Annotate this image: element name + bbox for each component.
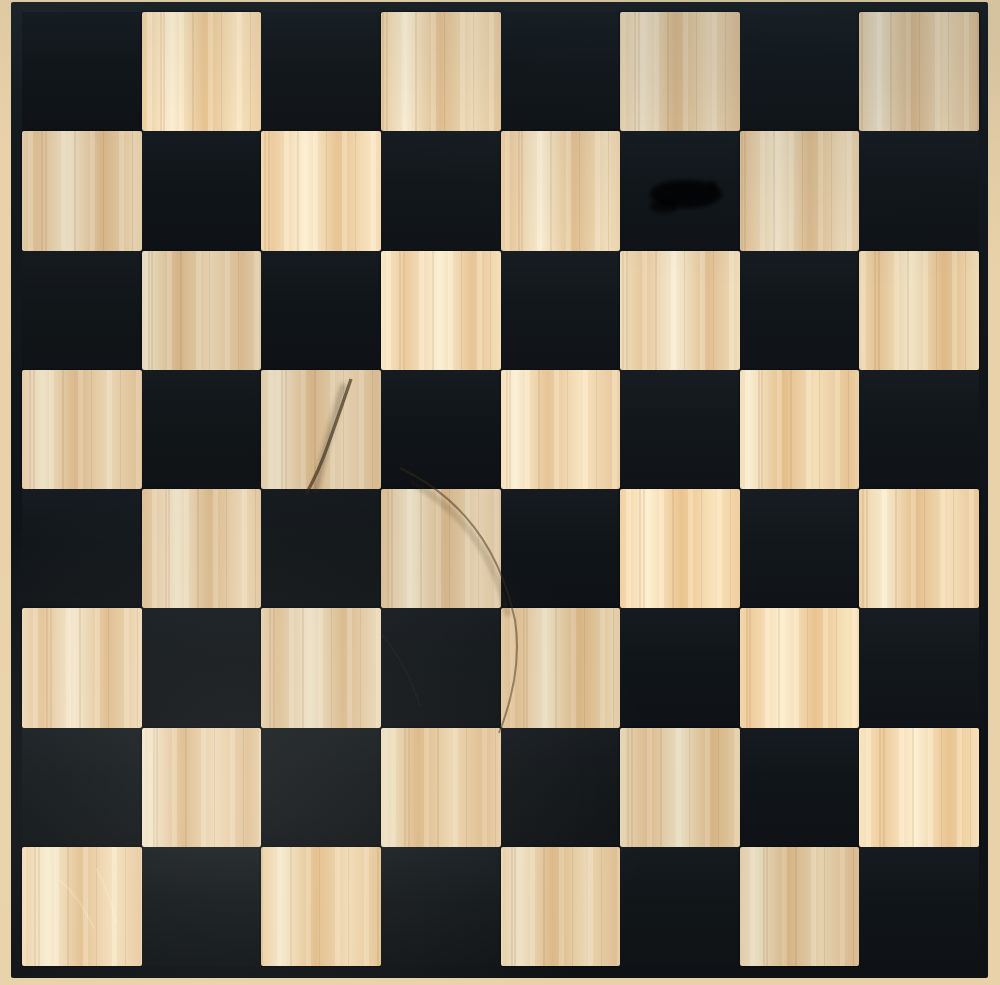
square-g1[interactable] xyxy=(740,847,860,966)
square-c6[interactable] xyxy=(261,251,381,370)
square-a2[interactable] xyxy=(22,728,142,847)
square-h4[interactable] xyxy=(859,489,979,608)
square-g4[interactable] xyxy=(740,489,860,608)
square-b1[interactable] xyxy=(142,847,262,966)
square-b5[interactable] xyxy=(142,370,262,489)
square-d1[interactable] xyxy=(381,847,501,966)
square-b2[interactable] xyxy=(142,728,262,847)
square-a1[interactable] xyxy=(22,847,142,966)
square-d3[interactable] xyxy=(381,608,501,727)
chessboard xyxy=(22,12,979,966)
square-d2[interactable] xyxy=(381,728,501,847)
square-f2[interactable] xyxy=(620,728,740,847)
square-f3[interactable] xyxy=(620,608,740,727)
square-f4[interactable] xyxy=(620,489,740,608)
board-border-frame xyxy=(11,2,988,978)
square-f5[interactable] xyxy=(620,370,740,489)
square-b8[interactable] xyxy=(142,12,262,131)
square-e4[interactable] xyxy=(501,489,621,608)
square-e3[interactable] xyxy=(501,608,621,727)
square-b6[interactable] xyxy=(142,251,262,370)
square-c3[interactable] xyxy=(261,608,381,727)
square-h3[interactable] xyxy=(859,608,979,727)
square-g6[interactable] xyxy=(740,251,860,370)
square-e5[interactable] xyxy=(501,370,621,489)
square-c1[interactable] xyxy=(261,847,381,966)
square-d8[interactable] xyxy=(381,12,501,131)
square-g2[interactable] xyxy=(740,728,860,847)
square-h8[interactable] xyxy=(859,12,979,131)
square-a3[interactable] xyxy=(22,608,142,727)
square-d4[interactable] xyxy=(381,489,501,608)
square-g5[interactable] xyxy=(740,370,860,489)
square-h2[interactable] xyxy=(859,728,979,847)
square-e6[interactable] xyxy=(501,251,621,370)
square-c2[interactable] xyxy=(261,728,381,847)
square-d5[interactable] xyxy=(381,370,501,489)
square-f7[interactable] xyxy=(620,131,740,250)
square-e8[interactable] xyxy=(501,12,621,131)
square-f6[interactable] xyxy=(620,251,740,370)
square-h6[interactable] xyxy=(859,251,979,370)
square-b4[interactable] xyxy=(142,489,262,608)
square-c7[interactable] xyxy=(261,131,381,250)
square-c4[interactable] xyxy=(261,489,381,608)
square-h1[interactable] xyxy=(859,847,979,966)
square-d7[interactable] xyxy=(381,131,501,250)
square-g8[interactable] xyxy=(740,12,860,131)
square-b7[interactable] xyxy=(142,131,262,250)
square-f1[interactable] xyxy=(620,847,740,966)
square-a5[interactable] xyxy=(22,370,142,489)
square-b3[interactable] xyxy=(142,608,262,727)
square-a6[interactable] xyxy=(22,251,142,370)
square-g7[interactable] xyxy=(740,131,860,250)
square-a8[interactable] xyxy=(22,12,142,131)
square-h5[interactable] xyxy=(859,370,979,489)
square-e7[interactable] xyxy=(501,131,621,250)
square-h7[interactable] xyxy=(859,131,979,250)
square-a7[interactable] xyxy=(22,131,142,250)
square-c5[interactable] xyxy=(261,370,381,489)
square-c8[interactable] xyxy=(261,12,381,131)
square-d6[interactable] xyxy=(381,251,501,370)
square-e2[interactable] xyxy=(501,728,621,847)
square-e1[interactable] xyxy=(501,847,621,966)
square-a4[interactable] xyxy=(22,489,142,608)
board-photo xyxy=(0,0,1000,985)
square-g3[interactable] xyxy=(740,608,860,727)
square-f8[interactable] xyxy=(620,12,740,131)
